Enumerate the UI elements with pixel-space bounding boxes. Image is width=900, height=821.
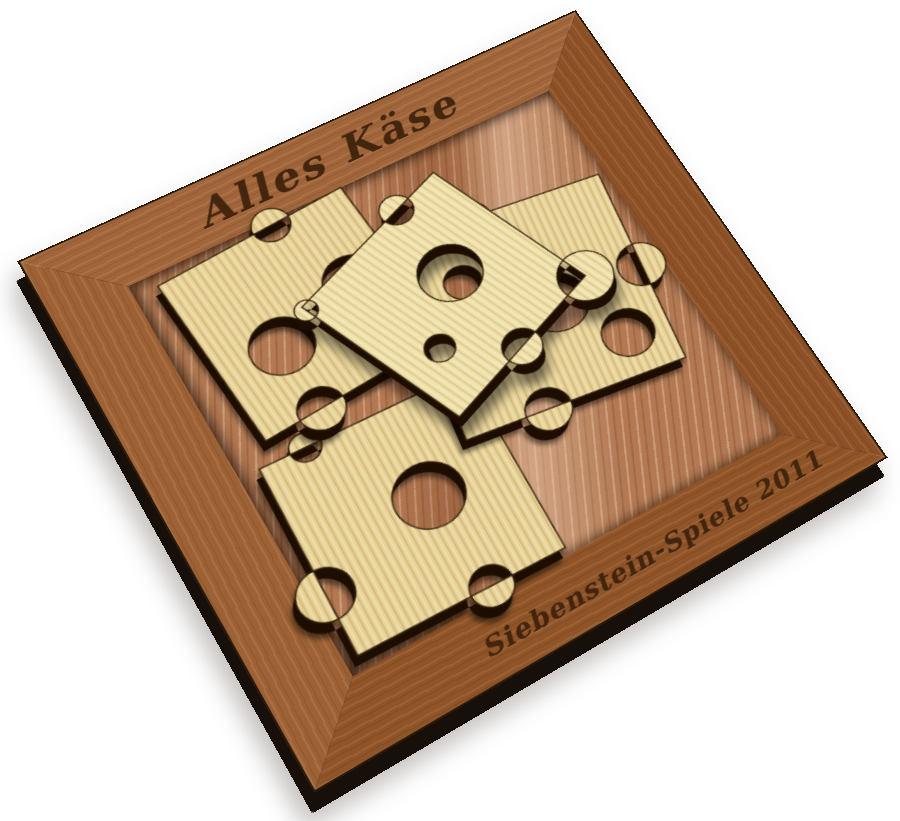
cheese-pieces-layer (20, 12, 885, 790)
puzzle-board: Alles Käse Siebenstein-Spiele 2011 (20, 12, 885, 790)
product-photo-canvas: Alles Käse Siebenstein-Spiele 2011 (0, 0, 900, 821)
puzzle-scene: Alles Käse Siebenstein-Spiele 2011 (0, 0, 900, 821)
